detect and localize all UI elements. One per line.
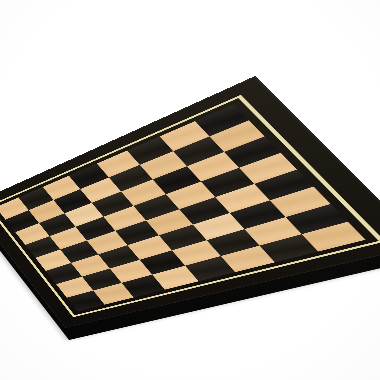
chess-board[interactable] [0, 76, 380, 328]
scene [0, 0, 380, 380]
